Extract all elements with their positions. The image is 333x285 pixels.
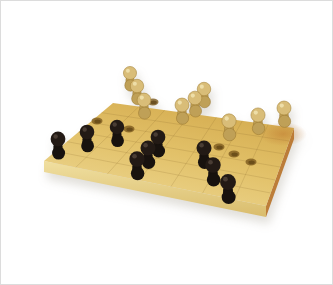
empty-hole[interactable] xyxy=(246,159,257,166)
board-photo xyxy=(1,1,333,285)
empty-hole[interactable] xyxy=(229,151,240,158)
empty-hole[interactable] xyxy=(92,118,103,125)
natural-peg[interactable] xyxy=(251,108,265,135)
photo-frame xyxy=(0,0,333,285)
natural-peg[interactable] xyxy=(277,101,291,127)
empty-hole[interactable] xyxy=(214,144,225,151)
empty-hole[interactable] xyxy=(124,126,135,133)
natural-peg[interactable] xyxy=(175,98,189,124)
natural-peg[interactable] xyxy=(137,93,151,119)
